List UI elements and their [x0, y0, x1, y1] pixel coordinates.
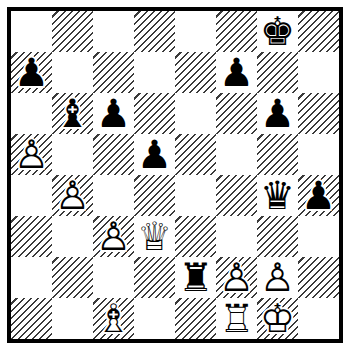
square-c8[interactable] [93, 11, 134, 52]
white-bishop-icon: ♗ [93, 298, 134, 339]
square-b1[interactable] [52, 298, 93, 339]
square-d3[interactable]: ♛♕ [134, 216, 175, 257]
black-pawn-icon: ♟ [134, 134, 175, 175]
black-bishop-b6: ♝♝ [52, 93, 93, 134]
square-h7[interactable] [298, 52, 339, 93]
white-pawn-a5: ♟♙ [11, 134, 52, 175]
white-pawn-f2: ♟♙ [216, 257, 257, 298]
square-a4[interactable] [11, 175, 52, 216]
black-queen-icon: ♛ [257, 175, 298, 216]
white-pawn-g2: ♟♙ [257, 257, 298, 298]
white-pawn-icon: ♙ [257, 257, 298, 298]
square-d5[interactable]: ♟♟ [134, 134, 175, 175]
black-pawn-g6: ♟♟ [257, 93, 298, 134]
black-pawn-icon: ♟ [257, 93, 298, 134]
square-h2[interactable] [298, 257, 339, 298]
square-d1[interactable] [134, 298, 175, 339]
square-c5[interactable] [93, 134, 134, 175]
white-king-g1: ♚♔ [257, 298, 298, 339]
square-c1[interactable]: ♝♗ [93, 298, 134, 339]
black-rook-e2: ♜♜ [175, 257, 216, 298]
square-d2[interactable] [134, 257, 175, 298]
square-a2[interactable] [11, 257, 52, 298]
square-f3[interactable] [216, 216, 257, 257]
square-e3[interactable] [175, 216, 216, 257]
square-h3[interactable] [298, 216, 339, 257]
square-e2[interactable]: ♜♜ [175, 257, 216, 298]
square-h4[interactable]: ♟♟ [298, 175, 339, 216]
square-d8[interactable] [134, 11, 175, 52]
square-g8[interactable]: ♚♚ [257, 11, 298, 52]
square-g2[interactable]: ♟♙ [257, 257, 298, 298]
square-g3[interactable] [257, 216, 298, 257]
black-pawn-icon: ♟ [216, 52, 257, 93]
white-king-icon: ♔ [257, 298, 298, 339]
square-f7[interactable]: ♟♟ [216, 52, 257, 93]
black-pawn-h4: ♟♟ [298, 175, 339, 216]
square-g5[interactable] [257, 134, 298, 175]
white-pawn-icon: ♙ [216, 257, 257, 298]
square-h8[interactable] [298, 11, 339, 52]
black-bishop-icon: ♝ [52, 93, 93, 134]
white-bishop-c1: ♝♗ [93, 298, 134, 339]
diagram-page: ♚♚♟♟♟♟♝♝♟♟♟♟♟♙♟♟♟♙♛♛♟♟♟♙♛♕♜♜♟♙♟♙♝♗♜♖♚♔ [0, 0, 350, 350]
square-g1[interactable]: ♚♔ [257, 298, 298, 339]
chess-board: ♚♚♟♟♟♟♝♝♟♟♟♟♟♙♟♟♟♙♛♛♟♟♟♙♛♕♜♜♟♙♟♙♝♗♜♖♚♔ [11, 11, 339, 339]
square-b2[interactable] [52, 257, 93, 298]
black-pawn-a7: ♟♟ [11, 52, 52, 93]
square-b3[interactable] [52, 216, 93, 257]
square-g7[interactable] [257, 52, 298, 93]
square-e4[interactable] [175, 175, 216, 216]
square-d6[interactable] [134, 93, 175, 134]
square-h5[interactable] [298, 134, 339, 175]
white-pawn-icon: ♙ [93, 216, 134, 257]
white-queen-d3: ♛♕ [134, 216, 175, 257]
square-f5[interactable] [216, 134, 257, 175]
black-pawn-icon: ♟ [298, 175, 339, 216]
square-d4[interactable] [134, 175, 175, 216]
white-pawn-b4: ♟♙ [52, 175, 93, 216]
white-rook-icon: ♖ [216, 298, 257, 339]
square-b4[interactable]: ♟♙ [52, 175, 93, 216]
square-g6[interactable]: ♟♟ [257, 93, 298, 134]
square-c3[interactable]: ♟♙ [93, 216, 134, 257]
black-pawn-d5: ♟♟ [134, 134, 175, 175]
black-pawn-icon: ♟ [11, 52, 52, 93]
square-e5[interactable] [175, 134, 216, 175]
square-c7[interactable] [93, 52, 134, 93]
black-pawn-c6: ♟♟ [93, 93, 134, 134]
square-c2[interactable] [93, 257, 134, 298]
black-pawn-f7: ♟♟ [216, 52, 257, 93]
square-e1[interactable] [175, 298, 216, 339]
square-b6[interactable]: ♝♝ [52, 93, 93, 134]
square-c6[interactable]: ♟♟ [93, 93, 134, 134]
white-pawn-icon: ♙ [52, 175, 93, 216]
square-d7[interactable] [134, 52, 175, 93]
black-queen-g4: ♛♛ [257, 175, 298, 216]
white-rook-f1: ♜♖ [216, 298, 257, 339]
square-h6[interactable] [298, 93, 339, 134]
white-pawn-c3: ♟♙ [93, 216, 134, 257]
square-e7[interactable] [175, 52, 216, 93]
square-b8[interactable] [52, 11, 93, 52]
square-f2[interactable]: ♟♙ [216, 257, 257, 298]
square-a8[interactable] [11, 11, 52, 52]
chess-board-frame: ♚♚♟♟♟♟♝♝♟♟♟♟♟♙♟♟♟♙♛♛♟♟♟♙♛♕♜♜♟♙♟♙♝♗♜♖♚♔ [7, 7, 343, 343]
square-a5[interactable]: ♟♙ [11, 134, 52, 175]
square-a3[interactable] [11, 216, 52, 257]
square-e6[interactable] [175, 93, 216, 134]
square-b7[interactable] [52, 52, 93, 93]
square-a7[interactable]: ♟♟ [11, 52, 52, 93]
white-queen-icon: ♕ [134, 216, 175, 257]
black-king-g8: ♚♚ [257, 11, 298, 52]
square-a6[interactable] [11, 93, 52, 134]
square-h1[interactable] [298, 298, 339, 339]
square-b5[interactable] [52, 134, 93, 175]
square-f4[interactable] [216, 175, 257, 216]
square-g4[interactable]: ♛♛ [257, 175, 298, 216]
white-pawn-icon: ♙ [11, 134, 52, 175]
black-pawn-icon: ♟ [93, 93, 134, 134]
square-c4[interactable] [93, 175, 134, 216]
square-e8[interactable] [175, 11, 216, 52]
black-rook-icon: ♜ [175, 257, 216, 298]
black-king-icon: ♚ [257, 11, 298, 52]
square-f6[interactable] [216, 93, 257, 134]
square-f8[interactable] [216, 11, 257, 52]
square-a1[interactable] [11, 298, 52, 339]
square-f1[interactable]: ♜♖ [216, 298, 257, 339]
